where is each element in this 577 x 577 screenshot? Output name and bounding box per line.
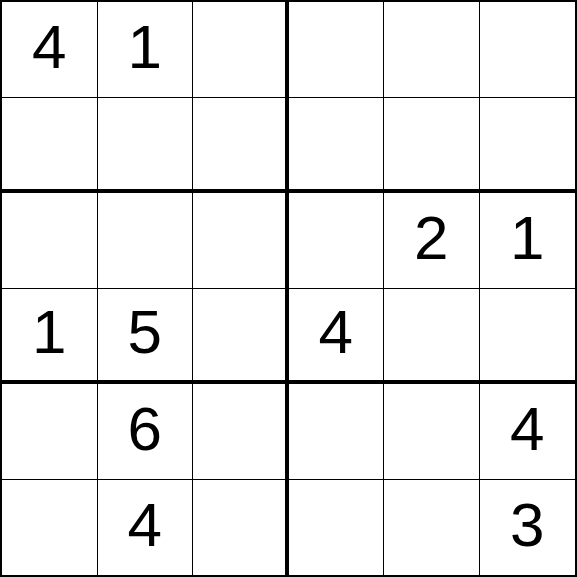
empty-cell-r6c1[interactable] — [2, 480, 98, 576]
empty-cell-r5c4[interactable] — [289, 384, 385, 480]
empty-cell-r2c3[interactable] — [193, 98, 289, 194]
empty-cell-r2c5[interactable] — [384, 98, 480, 194]
empty-cell-r3c4[interactable] — [289, 193, 385, 289]
given-cell-r3c5: 2 — [384, 193, 480, 289]
empty-cell-r6c3[interactable] — [193, 480, 289, 576]
given-cell-r3c6: 1 — [480, 193, 576, 289]
given-cell-r5c2: 6 — [98, 384, 194, 480]
given-cell-r1c2: 1 — [98, 2, 194, 98]
empty-cell-r4c3[interactable] — [193, 289, 289, 385]
sudoku-board: 41211546443 — [0, 0, 577, 577]
empty-cell-r6c4[interactable] — [289, 480, 385, 576]
given-cell-r4c2: 5 — [98, 289, 194, 385]
empty-cell-r6c5[interactable] — [384, 480, 480, 576]
given-cell-r4c1: 1 — [2, 289, 98, 385]
empty-cell-r1c3[interactable] — [193, 2, 289, 98]
given-cell-r5c6: 4 — [480, 384, 576, 480]
empty-cell-r1c4[interactable] — [289, 2, 385, 98]
empty-cell-r2c1[interactable] — [2, 98, 98, 194]
empty-cell-r3c3[interactable] — [193, 193, 289, 289]
empty-cell-r2c4[interactable] — [289, 98, 385, 194]
given-cell-r6c6: 3 — [480, 480, 576, 576]
empty-cell-r3c2[interactable] — [98, 193, 194, 289]
empty-cell-r5c1[interactable] — [2, 384, 98, 480]
given-cell-r1c1: 4 — [2, 2, 98, 98]
empty-cell-r4c6[interactable] — [480, 289, 576, 385]
empty-cell-r2c2[interactable] — [98, 98, 194, 194]
given-cell-r6c2: 4 — [98, 480, 194, 576]
empty-cell-r3c1[interactable] — [2, 193, 98, 289]
empty-cell-r1c5[interactable] — [384, 2, 480, 98]
empty-cell-r2c6[interactable] — [480, 98, 576, 194]
empty-cell-r5c5[interactable] — [384, 384, 480, 480]
empty-cell-r4c5[interactable] — [384, 289, 480, 385]
sudoku-page: 41211546443 — [0, 0, 577, 577]
given-cell-r4c4: 4 — [289, 289, 385, 385]
empty-cell-r5c3[interactable] — [193, 384, 289, 480]
empty-cell-r1c6[interactable] — [480, 2, 576, 98]
